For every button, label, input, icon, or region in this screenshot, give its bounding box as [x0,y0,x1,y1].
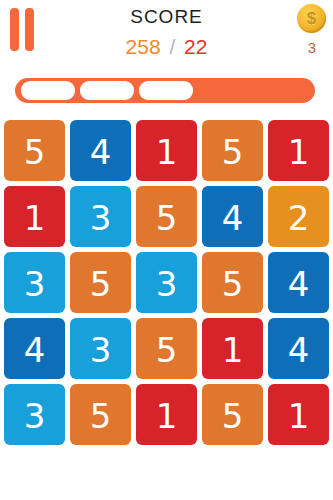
tile-r3c4[interactable]: 5 [202,252,263,313]
tile-r1c3[interactable]: 1 [136,120,197,181]
progress-slot [80,81,134,100]
tile-r5c1[interactable]: 3 [4,384,65,445]
progress-slots [21,81,193,100]
score-target: 22 [184,35,207,58]
progress-bar [15,78,315,103]
tile-r2c3[interactable]: 5 [136,186,197,247]
score-separator: / [166,35,178,58]
score-block: SCORE 258 / 22 [0,6,333,58]
score-current: 258 [126,35,161,58]
tile-r3c3[interactable]: 3 [136,252,197,313]
tile-r1c2[interactable]: 4 [70,120,131,181]
tile-r4c2[interactable]: 3 [70,318,131,379]
tile-r1c4[interactable]: 5 [202,120,263,181]
header: SCORE 258 / 22 $ 3 [0,0,333,76]
tile-r5c2[interactable]: 5 [70,384,131,445]
tile-r4c5[interactable]: 4 [268,318,329,379]
tile-r4c4[interactable]: 1 [202,318,263,379]
coin-count: 3 [297,40,327,55]
tile-r3c5[interactable]: 4 [268,252,329,313]
tile-r4c3[interactable]: 5 [136,318,197,379]
dollar-symbol: $ [307,10,316,27]
tile-r3c1[interactable]: 3 [4,252,65,313]
tile-r2c5[interactable]: 2 [268,186,329,247]
score-values: 258 / 22 [0,36,333,58]
tile-r5c5[interactable]: 1 [268,384,329,445]
tile-r5c4[interactable]: 5 [202,384,263,445]
tile-r3c2[interactable]: 5 [70,252,131,313]
dollar-coin-icon[interactable]: $ [297,4,326,33]
tile-r2c4[interactable]: 4 [202,186,263,247]
tile-r2c1[interactable]: 1 [4,186,65,247]
tile-r2c2[interactable]: 3 [70,186,131,247]
coin-block: $ 3 [297,4,327,55]
score-title: SCORE [0,6,333,28]
tile-r5c3[interactable]: 1 [136,384,197,445]
progress-slot [21,81,75,100]
tile-r1c1[interactable]: 5 [4,120,65,181]
progress-slot [139,81,193,100]
board: 5415113542353544351435151 [4,120,329,445]
tile-r1c5[interactable]: 1 [268,120,329,181]
tile-r4c1[interactable]: 4 [4,318,65,379]
